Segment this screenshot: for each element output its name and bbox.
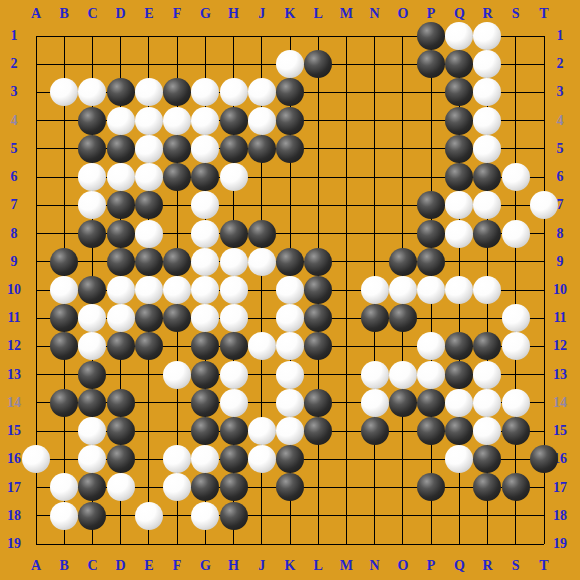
board-cell-A15[interactable]: [22, 417, 50, 445]
board-cell-E14[interactable]: [135, 389, 163, 417]
board-cell-J12[interactable]: [248, 332, 276, 360]
board-cell-G14[interactable]: [191, 389, 219, 417]
board-cell-B14[interactable]: [50, 389, 78, 417]
board-cell-M19[interactable]: [332, 530, 360, 558]
board-cell-Q7[interactable]: [445, 191, 473, 219]
board-cell-G16[interactable]: [191, 445, 219, 473]
board-cell-C8[interactable]: [78, 219, 106, 247]
board-cell-E11[interactable]: [135, 304, 163, 332]
board-cell-F4[interactable]: [163, 107, 191, 135]
board-cell-M15[interactable]: [332, 417, 360, 445]
board-cell-E7[interactable]: [135, 191, 163, 219]
board-cell-A7[interactable]: [22, 191, 50, 219]
board-cell-C18[interactable]: [78, 502, 106, 530]
board-cell-N15[interactable]: [361, 417, 389, 445]
board-cell-J13[interactable]: [248, 361, 276, 389]
board-cell-S18[interactable]: [502, 502, 530, 530]
board-cell-O19[interactable]: [389, 530, 417, 558]
board-cell-T7[interactable]: [530, 191, 558, 219]
board-cell-M1[interactable]: [332, 22, 360, 50]
board-cell-E19[interactable]: [135, 530, 163, 558]
board-cell-H4[interactable]: [219, 107, 247, 135]
board-cell-A8[interactable]: [22, 219, 50, 247]
board-cell-C5[interactable]: [78, 135, 106, 163]
board-cell-G2[interactable]: [191, 50, 219, 78]
board-cell-T14[interactable]: [530, 389, 558, 417]
board-cell-G12[interactable]: [191, 332, 219, 360]
board-cell-A6[interactable]: [22, 163, 50, 191]
board-cell-P2[interactable]: [417, 50, 445, 78]
board-cell-K13[interactable]: [276, 361, 304, 389]
board-cell-R10[interactable]: [473, 276, 501, 304]
board-cell-N5[interactable]: [361, 135, 389, 163]
board-cell-C12[interactable]: [78, 332, 106, 360]
board-cell-D16[interactable]: [107, 445, 135, 473]
board-cell-S12[interactable]: [502, 332, 530, 360]
board-cell-A16[interactable]: [22, 445, 50, 473]
board-cell-D3[interactable]: [107, 78, 135, 106]
board-cell-R13[interactable]: [473, 361, 501, 389]
board-cell-Q3[interactable]: [445, 78, 473, 106]
board-cell-N10[interactable]: [361, 276, 389, 304]
board-cell-O4[interactable]: [389, 107, 417, 135]
board-cell-B16[interactable]: [50, 445, 78, 473]
board-cell-B7[interactable]: [50, 191, 78, 219]
board-cell-K9[interactable]: [276, 248, 304, 276]
board-cell-E4[interactable]: [135, 107, 163, 135]
board-cell-L13[interactable]: [304, 361, 332, 389]
board-cell-A9[interactable]: [22, 248, 50, 276]
board-cell-L2[interactable]: [304, 50, 332, 78]
board-cell-B10[interactable]: [50, 276, 78, 304]
board-cell-J16[interactable]: [248, 445, 276, 473]
board-cell-G11[interactable]: [191, 304, 219, 332]
board-cell-P7[interactable]: [417, 191, 445, 219]
board-cell-P19[interactable]: [417, 530, 445, 558]
board-cell-M6[interactable]: [332, 163, 360, 191]
board-cell-J18[interactable]: [248, 502, 276, 530]
board-cell-G7[interactable]: [191, 191, 219, 219]
board-cell-N1[interactable]: [361, 22, 389, 50]
board-cell-K7[interactable]: [276, 191, 304, 219]
board-cell-T12[interactable]: [530, 332, 558, 360]
board-cell-F3[interactable]: [163, 78, 191, 106]
board-cell-L14[interactable]: [304, 389, 332, 417]
board-cell-L18[interactable]: [304, 502, 332, 530]
board-cell-M4[interactable]: [332, 107, 360, 135]
board-cell-D2[interactable]: [107, 50, 135, 78]
board-cell-S6[interactable]: [502, 163, 530, 191]
board-cell-S19[interactable]: [502, 530, 530, 558]
board-cell-H15[interactable]: [219, 417, 247, 445]
board-cell-R19[interactable]: [473, 530, 501, 558]
board-cell-Q18[interactable]: [445, 502, 473, 530]
board-cell-D1[interactable]: [107, 22, 135, 50]
board-cell-N6[interactable]: [361, 163, 389, 191]
board-cell-J10[interactable]: [248, 276, 276, 304]
board-cell-N14[interactable]: [361, 389, 389, 417]
board-cell-K6[interactable]: [276, 163, 304, 191]
board-cell-N8[interactable]: [361, 219, 389, 247]
board-cell-T1[interactable]: [530, 22, 558, 50]
board-cell-Q4[interactable]: [445, 107, 473, 135]
board-cell-P15[interactable]: [417, 417, 445, 445]
board-cell-G3[interactable]: [191, 78, 219, 106]
board-cell-R14[interactable]: [473, 389, 501, 417]
board-cell-B8[interactable]: [50, 219, 78, 247]
board-cell-N11[interactable]: [361, 304, 389, 332]
board-cell-N3[interactable]: [361, 78, 389, 106]
board-cell-S14[interactable]: [502, 389, 530, 417]
board-cell-A19[interactable]: [22, 530, 50, 558]
board-cell-D7[interactable]: [107, 191, 135, 219]
board-cell-P3[interactable]: [417, 78, 445, 106]
board-cell-C3[interactable]: [78, 78, 106, 106]
board-cell-F2[interactable]: [163, 50, 191, 78]
board-cell-S13[interactable]: [502, 361, 530, 389]
board-cell-P8[interactable]: [417, 219, 445, 247]
board-cell-F10[interactable]: [163, 276, 191, 304]
board-cell-F6[interactable]: [163, 163, 191, 191]
board-cell-P18[interactable]: [417, 502, 445, 530]
board-cell-B2[interactable]: [50, 50, 78, 78]
board-cell-G6[interactable]: [191, 163, 219, 191]
board-cell-S5[interactable]: [502, 135, 530, 163]
board-cell-K17[interactable]: [276, 473, 304, 501]
board-cell-Q10[interactable]: [445, 276, 473, 304]
board-cell-E9[interactable]: [135, 248, 163, 276]
board-cell-T17[interactable]: [530, 473, 558, 501]
board-cell-S2[interactable]: [502, 50, 530, 78]
board-cell-H3[interactable]: [219, 78, 247, 106]
board-cell-L19[interactable]: [304, 530, 332, 558]
board-cell-E15[interactable]: [135, 417, 163, 445]
board-cell-G5[interactable]: [191, 135, 219, 163]
board-cell-G1[interactable]: [191, 22, 219, 50]
board-cell-S11[interactable]: [502, 304, 530, 332]
board-cell-L3[interactable]: [304, 78, 332, 106]
board-cell-M8[interactable]: [332, 219, 360, 247]
board-cell-T18[interactable]: [530, 502, 558, 530]
board-cell-R5[interactable]: [473, 135, 501, 163]
board-cell-O6[interactable]: [389, 163, 417, 191]
board-cell-O10[interactable]: [389, 276, 417, 304]
board-cell-C16[interactable]: [78, 445, 106, 473]
board-cell-O17[interactable]: [389, 473, 417, 501]
board-cell-D6[interactable]: [107, 163, 135, 191]
board-cell-K14[interactable]: [276, 389, 304, 417]
board-cell-J15[interactable]: [248, 417, 276, 445]
board-cell-O13[interactable]: [389, 361, 417, 389]
board-cell-B17[interactable]: [50, 473, 78, 501]
board-cell-E13[interactable]: [135, 361, 163, 389]
board-cell-H16[interactable]: [219, 445, 247, 473]
board-cell-H13[interactable]: [219, 361, 247, 389]
board-cell-G10[interactable]: [191, 276, 219, 304]
board-cell-J11[interactable]: [248, 304, 276, 332]
board-cell-O15[interactable]: [389, 417, 417, 445]
board-cell-B15[interactable]: [50, 417, 78, 445]
board-cell-B18[interactable]: [50, 502, 78, 530]
board-cell-G15[interactable]: [191, 417, 219, 445]
board-cell-B12[interactable]: [50, 332, 78, 360]
board-cell-M12[interactable]: [332, 332, 360, 360]
board-cell-B5[interactable]: [50, 135, 78, 163]
board-cell-O9[interactable]: [389, 248, 417, 276]
board-cell-L11[interactable]: [304, 304, 332, 332]
board-cell-A2[interactable]: [22, 50, 50, 78]
board-cell-H19[interactable]: [219, 530, 247, 558]
board-cell-R6[interactable]: [473, 163, 501, 191]
board-cell-L10[interactable]: [304, 276, 332, 304]
board-cell-M9[interactable]: [332, 248, 360, 276]
board-cell-N16[interactable]: [361, 445, 389, 473]
board-cell-P5[interactable]: [417, 135, 445, 163]
board-cell-T5[interactable]: [530, 135, 558, 163]
board-cell-F16[interactable]: [163, 445, 191, 473]
board-cell-H6[interactable]: [219, 163, 247, 191]
board-cell-D15[interactable]: [107, 417, 135, 445]
board-cell-L8[interactable]: [304, 219, 332, 247]
board-cell-J8[interactable]: [248, 219, 276, 247]
board-cell-T15[interactable]: [530, 417, 558, 445]
board-cell-K10[interactable]: [276, 276, 304, 304]
board-cell-G19[interactable]: [191, 530, 219, 558]
board-cell-E17[interactable]: [135, 473, 163, 501]
board-cell-A4[interactable]: [22, 107, 50, 135]
board-cell-N2[interactable]: [361, 50, 389, 78]
board-cell-D13[interactable]: [107, 361, 135, 389]
board-cell-K16[interactable]: [276, 445, 304, 473]
board-cell-F11[interactable]: [163, 304, 191, 332]
board-cell-F9[interactable]: [163, 248, 191, 276]
board-cell-K15[interactable]: [276, 417, 304, 445]
board-cell-B13[interactable]: [50, 361, 78, 389]
board-cell-C11[interactable]: [78, 304, 106, 332]
board-cell-L7[interactable]: [304, 191, 332, 219]
board-cell-E12[interactable]: [135, 332, 163, 360]
board-cell-P14[interactable]: [417, 389, 445, 417]
board-cell-J3[interactable]: [248, 78, 276, 106]
board-cell-J7[interactable]: [248, 191, 276, 219]
board-cell-A14[interactable]: [22, 389, 50, 417]
board-cell-N18[interactable]: [361, 502, 389, 530]
board-cell-E18[interactable]: [135, 502, 163, 530]
board-cell-M14[interactable]: [332, 389, 360, 417]
board-cell-R12[interactable]: [473, 332, 501, 360]
board-cell-E3[interactable]: [135, 78, 163, 106]
board-cell-R16[interactable]: [473, 445, 501, 473]
board-cell-F18[interactable]: [163, 502, 191, 530]
board-cell-Q9[interactable]: [445, 248, 473, 276]
board-cell-A5[interactable]: [22, 135, 50, 163]
board-cell-O5[interactable]: [389, 135, 417, 163]
board-cell-N17[interactable]: [361, 473, 389, 501]
board-cell-T8[interactable]: [530, 219, 558, 247]
board-cell-J9[interactable]: [248, 248, 276, 276]
board-cell-A18[interactable]: [22, 502, 50, 530]
board-cell-H12[interactable]: [219, 332, 247, 360]
board-cell-T9[interactable]: [530, 248, 558, 276]
board-cell-J1[interactable]: [248, 22, 276, 50]
board-cell-H17[interactable]: [219, 473, 247, 501]
board-cell-F15[interactable]: [163, 417, 191, 445]
board-cell-D9[interactable]: [107, 248, 135, 276]
board-cell-E1[interactable]: [135, 22, 163, 50]
board-cell-B3[interactable]: [50, 78, 78, 106]
board-cell-S8[interactable]: [502, 219, 530, 247]
board-cell-R4[interactable]: [473, 107, 501, 135]
board-cell-S9[interactable]: [502, 248, 530, 276]
board-cell-E2[interactable]: [135, 50, 163, 78]
board-cell-H7[interactable]: [219, 191, 247, 219]
board-cell-A12[interactable]: [22, 332, 50, 360]
board-cell-D12[interactable]: [107, 332, 135, 360]
board-cell-G13[interactable]: [191, 361, 219, 389]
board-cell-S7[interactable]: [502, 191, 530, 219]
board-cell-P12[interactable]: [417, 332, 445, 360]
board-cell-E16[interactable]: [135, 445, 163, 473]
board-cell-T10[interactable]: [530, 276, 558, 304]
board-cell-T3[interactable]: [530, 78, 558, 106]
board-cell-H14[interactable]: [219, 389, 247, 417]
board-cell-K8[interactable]: [276, 219, 304, 247]
board-cell-L12[interactable]: [304, 332, 332, 360]
board-cell-H8[interactable]: [219, 219, 247, 247]
board-cell-J14[interactable]: [248, 389, 276, 417]
board-cell-C13[interactable]: [78, 361, 106, 389]
board-cell-N4[interactable]: [361, 107, 389, 135]
board-cell-S15[interactable]: [502, 417, 530, 445]
board-cell-O12[interactable]: [389, 332, 417, 360]
board-cell-K12[interactable]: [276, 332, 304, 360]
board-cell-K3[interactable]: [276, 78, 304, 106]
board-cell-K2[interactable]: [276, 50, 304, 78]
board-cell-R7[interactable]: [473, 191, 501, 219]
board-cell-P16[interactable]: [417, 445, 445, 473]
board-cell-O18[interactable]: [389, 502, 417, 530]
board-cell-H18[interactable]: [219, 502, 247, 530]
board-cell-O11[interactable]: [389, 304, 417, 332]
board-cell-K11[interactable]: [276, 304, 304, 332]
board-cell-K19[interactable]: [276, 530, 304, 558]
board-cell-Q11[interactable]: [445, 304, 473, 332]
board-cell-C10[interactable]: [78, 276, 106, 304]
board-cell-E8[interactable]: [135, 219, 163, 247]
board-cell-A17[interactable]: [22, 473, 50, 501]
board-cell-R2[interactable]: [473, 50, 501, 78]
board-cell-S16[interactable]: [502, 445, 530, 473]
board-cell-C1[interactable]: [78, 22, 106, 50]
board-cell-B19[interactable]: [50, 530, 78, 558]
board-cell-B9[interactable]: [50, 248, 78, 276]
board-cell-S4[interactable]: [502, 107, 530, 135]
board-cell-C17[interactable]: [78, 473, 106, 501]
board-cell-D19[interactable]: [107, 530, 135, 558]
board-cell-M13[interactable]: [332, 361, 360, 389]
board-cell-H11[interactable]: [219, 304, 247, 332]
board-cell-M2[interactable]: [332, 50, 360, 78]
board-cell-C15[interactable]: [78, 417, 106, 445]
board-cell-N7[interactable]: [361, 191, 389, 219]
board-cell-N9[interactable]: [361, 248, 389, 276]
board-cell-F8[interactable]: [163, 219, 191, 247]
board-cell-Q19[interactable]: [445, 530, 473, 558]
board-cell-Q12[interactable]: [445, 332, 473, 360]
board-cell-P9[interactable]: [417, 248, 445, 276]
board-cell-Q15[interactable]: [445, 417, 473, 445]
board-cell-B6[interactable]: [50, 163, 78, 191]
board-cell-D4[interactable]: [107, 107, 135, 135]
board-cell-R9[interactable]: [473, 248, 501, 276]
board-cell-A10[interactable]: [22, 276, 50, 304]
board-cell-M5[interactable]: [332, 135, 360, 163]
board-cell-T6[interactable]: [530, 163, 558, 191]
board-cell-L5[interactable]: [304, 135, 332, 163]
board-cell-D5[interactable]: [107, 135, 135, 163]
board-cell-F1[interactable]: [163, 22, 191, 50]
board-cell-B1[interactable]: [50, 22, 78, 50]
board-cell-T2[interactable]: [530, 50, 558, 78]
board-cell-G9[interactable]: [191, 248, 219, 276]
board-cell-G17[interactable]: [191, 473, 219, 501]
board-cell-Q6[interactable]: [445, 163, 473, 191]
board-cell-P1[interactable]: [417, 22, 445, 50]
board-cell-F13[interactable]: [163, 361, 191, 389]
board-cell-H10[interactable]: [219, 276, 247, 304]
board-cell-E6[interactable]: [135, 163, 163, 191]
board-cell-D11[interactable]: [107, 304, 135, 332]
board-cell-L1[interactable]: [304, 22, 332, 50]
board-cell-P17[interactable]: [417, 473, 445, 501]
board-cell-A11[interactable]: [22, 304, 50, 332]
board-cell-F17[interactable]: [163, 473, 191, 501]
board-cell-M17[interactable]: [332, 473, 360, 501]
board-cell-F5[interactable]: [163, 135, 191, 163]
board-cell-C9[interactable]: [78, 248, 106, 276]
board-cell-N19[interactable]: [361, 530, 389, 558]
board-cell-M11[interactable]: [332, 304, 360, 332]
board-cell-Q14[interactable]: [445, 389, 473, 417]
board-cell-Q5[interactable]: [445, 135, 473, 163]
board-cell-F14[interactable]: [163, 389, 191, 417]
board-cell-E10[interactable]: [135, 276, 163, 304]
board-cell-L4[interactable]: [304, 107, 332, 135]
board-cell-T19[interactable]: [530, 530, 558, 558]
board-cell-G4[interactable]: [191, 107, 219, 135]
board-cell-O16[interactable]: [389, 445, 417, 473]
board-cell-F12[interactable]: [163, 332, 191, 360]
board-cell-M7[interactable]: [332, 191, 360, 219]
board-cell-S1[interactable]: [502, 22, 530, 50]
board-cell-O14[interactable]: [389, 389, 417, 417]
board-cell-C4[interactable]: [78, 107, 106, 135]
board-cell-J17[interactable]: [248, 473, 276, 501]
board-cell-D14[interactable]: [107, 389, 135, 417]
board-cell-A3[interactable]: [22, 78, 50, 106]
board-cell-C2[interactable]: [78, 50, 106, 78]
board-cell-J19[interactable]: [248, 530, 276, 558]
board-cell-T11[interactable]: [530, 304, 558, 332]
board-cell-Q13[interactable]: [445, 361, 473, 389]
board-cell-Q2[interactable]: [445, 50, 473, 78]
board-cell-P11[interactable]: [417, 304, 445, 332]
board-cell-C19[interactable]: [78, 530, 106, 558]
board-cell-H1[interactable]: [219, 22, 247, 50]
board-cell-G18[interactable]: [191, 502, 219, 530]
board-cell-A13[interactable]: [22, 361, 50, 389]
board-cell-C6[interactable]: [78, 163, 106, 191]
